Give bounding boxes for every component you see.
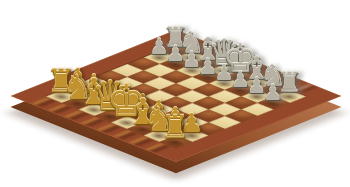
chess-piece-glyph: ♟ — [262, 82, 282, 104]
square: ♜ — [160, 136, 193, 149]
board: ♜♞♝♛♚♝♞♜♟♟♟♟♟♟♟♟♟♟♟♟♟♟♟♟♜♞♝♛♚♝♞♜ — [11, 30, 342, 162]
chess-set-photo: ♜♞♝♛♚♝♞♜♟♟♟♟♟♟♟♟♟♟♟♟♟♟♟♟♜♞♝♛♚♝♞♜ — [0, 0, 350, 187]
chess-piece-glyph: ♜ — [160, 111, 189, 143]
board-scene: ♜♞♝♛♚♝♞♜♟♟♟♟♟♟♟♟♟♟♟♟♟♟♟♟♜♞♝♛♚♝♞♜ — [59, 0, 293, 187]
